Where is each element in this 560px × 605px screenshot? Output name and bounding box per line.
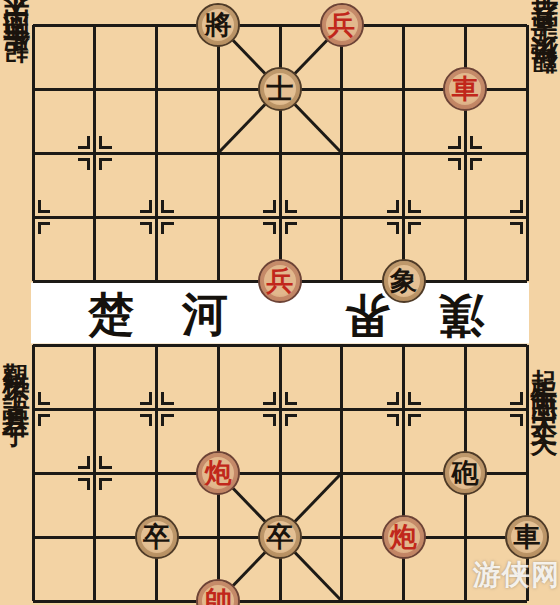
piece-black-soldier-e[interactable]: 卒 xyxy=(258,515,302,559)
piece-red-soldier-e[interactable]: 兵 xyxy=(258,259,302,303)
edge-text-right-bottom: 起手無回大丈夫 xyxy=(529,347,559,417)
piece-black-soldier-c[interactable]: 卒 xyxy=(135,515,179,559)
piece-black-chariot[interactable]: 車 xyxy=(505,515,549,559)
piece-red-cannon-g[interactable]: 炮 xyxy=(382,515,426,559)
edge-text-right-top: 觀棋不語真君子 xyxy=(529,26,559,96)
river-label-chuhe: 楚河 xyxy=(88,290,276,340)
piece-black-advisor[interactable]: 士 xyxy=(258,67,302,111)
xiangqi-board[interactable]: 楚河 漢界 起手無回大丈夫 觀棋不語真君子 觀棋不語真君子 起手無回大丈夫 將士… xyxy=(0,0,560,605)
piece-black-general[interactable]: 將 xyxy=(196,3,240,47)
piece-red-chariot[interactable]: 車 xyxy=(443,67,487,111)
piece-red-soldier-f[interactable]: 兵 xyxy=(320,3,364,47)
piece-black-elephant[interactable]: 象 xyxy=(382,259,426,303)
piece-black-cannon[interactable]: 砲 xyxy=(443,451,487,495)
edge-text-left-top: 起手無回大丈夫 xyxy=(1,16,31,86)
edge-text-left-bottom: 觀棋不語真君子 xyxy=(1,341,31,411)
piece-red-cannon-d[interactable]: 炮 xyxy=(196,451,240,495)
